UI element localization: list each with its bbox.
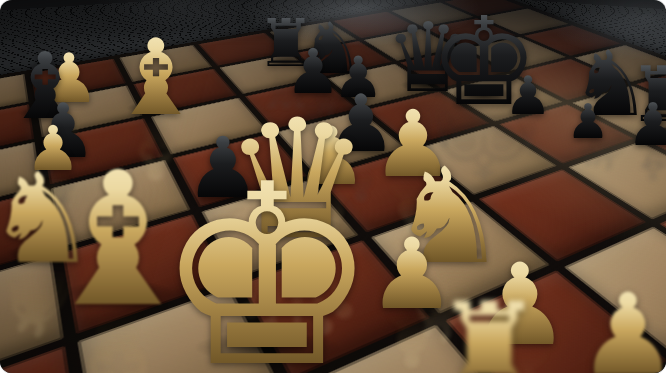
bishop-glyph: ♝ (109, 26, 203, 131)
chess-scene: ♝♝♟♟♞♞♝♝♚♚♛♛♟♟♟♟♞♞♟♟♟♟♜♜♟♟♟♟♟♟♜♜♞♞♟♟♟♟♟♟… (0, 0, 666, 373)
king-glyph: ♚ (155, 152, 379, 373)
pawn-glyph: ♟ (577, 279, 666, 373)
pawn-glyph: ♟ (566, 97, 609, 145)
pieces-layer: ♝♝♟♟♞♞♝♝♚♚♛♛♟♟♟♟♞♞♟♟♟♟♜♜♟♟♟♟♟♟♜♜♞♞♟♟♟♟♟♟… (0, 0, 666, 373)
pawn-glyph: ♟ (504, 69, 552, 122)
pawn-glyph: ♟ (627, 95, 666, 154)
rook-glyph: ♜ (433, 286, 545, 373)
